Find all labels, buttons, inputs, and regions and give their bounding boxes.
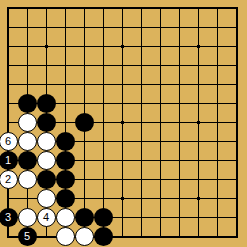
stone-black: [75, 113, 94, 132]
stone-black: 3: [0, 208, 18, 227]
stone-white: [18, 113, 37, 132]
stone-white: [37, 132, 56, 151]
stone-black: [37, 170, 56, 189]
stone-black: [56, 189, 75, 208]
stone-white: 4: [37, 208, 56, 227]
stone-black: [75, 208, 94, 227]
move-number: 5: [24, 231, 30, 242]
stones-layer: 612345: [0, 0, 246, 246]
move-number: 2: [5, 174, 11, 185]
stone-black: [37, 94, 56, 113]
stone-white: [37, 151, 56, 170]
stone-white: 6: [0, 132, 18, 151]
stone-white: [37, 189, 56, 208]
stone-white: [56, 208, 75, 227]
stone-white: [18, 208, 37, 227]
stone-black: [18, 94, 37, 113]
stone-white: [18, 132, 37, 151]
stone-white: [75, 227, 94, 246]
go-board: 612345: [0, 0, 247, 247]
move-number: 6: [5, 136, 11, 147]
stone-black: 5: [18, 227, 37, 246]
stone-white: [56, 227, 75, 246]
move-number: 1: [5, 155, 11, 166]
stone-white: 2: [0, 170, 18, 189]
stone-white: [18, 170, 37, 189]
stone-black: [94, 208, 113, 227]
move-number: 3: [5, 212, 11, 223]
stone-black: [18, 151, 37, 170]
stone-black: 1: [0, 151, 18, 170]
stone-black: [94, 227, 113, 246]
stone-black: [56, 151, 75, 170]
stone-black: [37, 113, 56, 132]
stone-black: [56, 170, 75, 189]
move-number: 4: [43, 212, 49, 223]
stone-black: [56, 132, 75, 151]
